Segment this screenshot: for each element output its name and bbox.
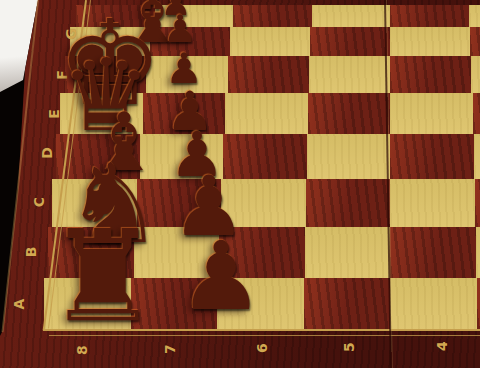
square-e4[interactable] bbox=[390, 93, 473, 134]
piece-black-rook-a8[interactable]: ♜ bbox=[47, 214, 160, 340]
file-label-c: C bbox=[32, 197, 46, 207]
piece-black-pawn-f7[interactable]: ♟ bbox=[163, 10, 197, 48]
square-f5[interactable] bbox=[309, 56, 390, 93]
square-c4[interactable] bbox=[390, 179, 475, 227]
square-f3[interactable] bbox=[471, 56, 480, 93]
rank-label-5: 5 bbox=[342, 342, 356, 352]
square-h4[interactable] bbox=[390, 5, 469, 27]
square-g3[interactable] bbox=[470, 27, 480, 56]
square-f6[interactable] bbox=[228, 56, 309, 93]
square-g4[interactable] bbox=[390, 27, 470, 56]
square-b5[interactable] bbox=[305, 227, 391, 278]
square-a5[interactable] bbox=[304, 278, 391, 330]
file-label-a: A bbox=[12, 299, 26, 310]
square-b3[interactable] bbox=[476, 227, 480, 278]
square-h5[interactable] bbox=[312, 5, 391, 27]
rank-label-6: 6 bbox=[255, 343, 269, 353]
file-label-d: D bbox=[40, 147, 54, 159]
piece-black-pawn-a7[interactable]: ♟ bbox=[178, 229, 263, 324]
square-g6[interactable] bbox=[230, 27, 310, 56]
square-a3[interactable] bbox=[477, 278, 480, 330]
square-d4[interactable] bbox=[390, 134, 474, 179]
square-e3[interactable] bbox=[473, 93, 480, 134]
file-label-b: B bbox=[24, 247, 38, 258]
rank-label-4: 4 bbox=[435, 341, 449, 351]
square-a4[interactable] bbox=[390, 278, 477, 330]
square-c3[interactable] bbox=[475, 179, 480, 227]
square-f4[interactable] bbox=[390, 56, 471, 93]
square-e5[interactable] bbox=[308, 93, 391, 134]
square-h3[interactable] bbox=[469, 5, 480, 27]
rank-label-7: 7 bbox=[163, 344, 177, 354]
square-d5[interactable] bbox=[307, 134, 391, 179]
square-c5[interactable] bbox=[306, 179, 391, 227]
square-h6[interactable] bbox=[233, 5, 312, 27]
square-e6[interactable] bbox=[225, 93, 308, 134]
chessboard-photo: ABCDEFG87654 ♜♞♝♛♚♝♟♟♟♟♟♟♟ bbox=[0, 0, 480, 368]
square-g5[interactable] bbox=[310, 27, 390, 56]
square-d3[interactable] bbox=[474, 134, 480, 179]
square-b4[interactable] bbox=[390, 227, 476, 278]
